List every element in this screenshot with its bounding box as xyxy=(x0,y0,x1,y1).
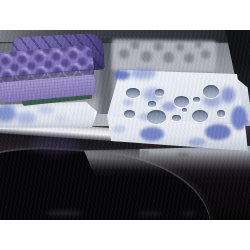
tray-hole xyxy=(217,110,225,117)
counter-smudge xyxy=(46,211,82,215)
dye-stain xyxy=(16,112,36,124)
purple-sponge-front xyxy=(0,45,96,103)
reflected-hole-spot xyxy=(195,41,202,48)
reflected-hole-spot xyxy=(163,52,174,63)
reflected-hole-spot xyxy=(184,53,194,63)
photograph xyxy=(0,30,250,220)
dye-stain xyxy=(188,138,206,146)
counter-smudge xyxy=(30,136,78,154)
reflection-band-spot xyxy=(177,152,189,157)
tray-hole xyxy=(193,97,200,102)
tray-hole xyxy=(174,96,189,107)
tray-hole xyxy=(203,85,219,98)
dye-stain xyxy=(123,99,133,106)
reflected-hole-spot xyxy=(154,42,163,51)
reflected-hole-spot xyxy=(176,43,184,51)
tray-hole xyxy=(155,89,164,96)
dye-stain xyxy=(221,87,235,103)
reflection-band-spot xyxy=(139,150,149,155)
counter-smudge xyxy=(138,212,162,215)
tray-hole xyxy=(124,110,135,118)
reflected-hole-spot xyxy=(119,49,129,59)
tray-hole xyxy=(148,101,156,107)
tray-hole xyxy=(147,110,166,124)
dye-stain xyxy=(38,106,54,114)
dye-stain xyxy=(130,68,156,79)
dye-stain xyxy=(231,106,247,130)
reflected-hole-spot xyxy=(131,41,139,49)
counter-smudge xyxy=(182,212,196,215)
dye-stain xyxy=(55,116,67,122)
photo-frame xyxy=(0,0,250,250)
tray-hole xyxy=(126,88,140,98)
reflected-hole-spot xyxy=(201,50,210,59)
dye-stain xyxy=(114,70,130,80)
tray-hole xyxy=(192,110,208,122)
tray-hole xyxy=(182,108,187,112)
reflected-hole-spot xyxy=(141,51,152,62)
tray-hole xyxy=(172,115,181,121)
dye-stain xyxy=(205,124,231,140)
dye-stain xyxy=(140,127,164,141)
dye-stain xyxy=(112,125,126,133)
